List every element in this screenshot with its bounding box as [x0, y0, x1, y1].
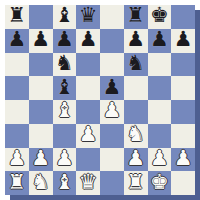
square-f1[interactable]: ♜: [124, 171, 148, 195]
square-f8[interactable]: ♜: [124, 5, 148, 29]
square-f5[interactable]: [124, 76, 148, 100]
square-h4[interactable]: [171, 100, 195, 124]
square-d8[interactable]: ♛: [76, 5, 100, 29]
square-d4[interactable]: [76, 100, 100, 124]
square-h1[interactable]: [171, 171, 195, 195]
square-d7[interactable]: ♟: [76, 29, 100, 53]
white-pawn: ♟: [7, 148, 26, 169]
black-pawn: ♟: [79, 29, 98, 50]
white-pawn: ♟: [174, 148, 193, 169]
square-d1[interactable]: ♛: [76, 171, 100, 195]
chess-board: ♜♝♛♜♚♟♟♟♟♟♟♟♞♞♝♟♝♟♟♞♟♟♟♟♟♟♜♞♝♛♜♚: [5, 5, 195, 195]
black-king: ♚: [150, 5, 169, 26]
square-b7[interactable]: ♟: [29, 29, 53, 53]
square-a8[interactable]: ♜: [5, 5, 29, 29]
square-h8[interactable]: [171, 5, 195, 29]
white-knight: ♞: [126, 124, 145, 145]
square-b8[interactable]: [29, 5, 53, 29]
square-g2[interactable]: ♟: [148, 148, 172, 172]
square-b4[interactable]: [29, 100, 53, 124]
white-pawn: ♟: [55, 148, 74, 169]
square-c3[interactable]: [53, 124, 77, 148]
white-bishop: ♝: [55, 100, 74, 121]
square-e2[interactable]: [100, 148, 124, 172]
square-g3[interactable]: [148, 124, 172, 148]
square-c1[interactable]: ♝: [53, 171, 77, 195]
square-h7[interactable]: ♟: [171, 29, 195, 53]
white-queen: ♛: [79, 172, 98, 193]
white-rook: ♜: [126, 172, 145, 193]
square-h3[interactable]: [171, 124, 195, 148]
black-rook: ♜: [126, 5, 145, 26]
black-queen: ♛: [79, 5, 98, 26]
black-pawn: ♟: [174, 29, 193, 50]
square-c2[interactable]: ♟: [53, 148, 77, 172]
square-a4[interactable]: [5, 100, 29, 124]
square-c8[interactable]: ♝: [53, 5, 77, 29]
square-e5[interactable]: ♟: [100, 76, 124, 100]
square-c4[interactable]: ♝: [53, 100, 77, 124]
square-a1[interactable]: ♜: [5, 171, 29, 195]
square-a5[interactable]: [5, 76, 29, 100]
black-pawn: ♟: [31, 29, 50, 50]
black-rook: ♜: [7, 5, 26, 26]
white-knight: ♞: [31, 172, 50, 193]
white-pawn: ♟: [79, 124, 98, 145]
square-e8[interactable]: [100, 5, 124, 29]
black-knight: ♞: [55, 53, 74, 74]
black-pawn: ♟: [126, 29, 145, 50]
square-a3[interactable]: [5, 124, 29, 148]
square-f2[interactable]: ♟: [124, 148, 148, 172]
square-g6[interactable]: [148, 53, 172, 77]
square-d5[interactable]: [76, 76, 100, 100]
square-e7[interactable]: [100, 29, 124, 53]
black-bishop: ♝: [55, 5, 74, 26]
chess-board-frame: ♜♝♛♜♚♟♟♟♟♟♟♟♞♞♝♟♝♟♟♞♟♟♟♟♟♟♜♞♝♛♜♚: [0, 0, 200, 200]
square-d3[interactable]: ♟: [76, 124, 100, 148]
white-pawn: ♟: [31, 148, 50, 169]
square-f3[interactable]: ♞: [124, 124, 148, 148]
square-a2[interactable]: ♟: [5, 148, 29, 172]
black-pawn: ♟: [102, 77, 121, 98]
white-pawn: ♟: [126, 148, 145, 169]
square-h6[interactable]: [171, 53, 195, 77]
square-b5[interactable]: [29, 76, 53, 100]
square-c5[interactable]: ♝: [53, 76, 77, 100]
square-h5[interactable]: [171, 76, 195, 100]
square-b3[interactable]: [29, 124, 53, 148]
square-g5[interactable]: [148, 76, 172, 100]
square-e3[interactable]: [100, 124, 124, 148]
square-e1[interactable]: [100, 171, 124, 195]
square-d2[interactable]: [76, 148, 100, 172]
square-e6[interactable]: [100, 53, 124, 77]
black-pawn: ♟: [150, 29, 169, 50]
square-b2[interactable]: ♟: [29, 148, 53, 172]
square-g7[interactable]: ♟: [148, 29, 172, 53]
square-f4[interactable]: [124, 100, 148, 124]
white-pawn: ♟: [150, 148, 169, 169]
black-pawn: ♟: [7, 29, 26, 50]
white-bishop: ♝: [55, 172, 74, 193]
square-g4[interactable]: [148, 100, 172, 124]
square-e4[interactable]: ♟: [100, 100, 124, 124]
black-pawn: ♟: [55, 29, 74, 50]
square-g1[interactable]: ♚: [148, 171, 172, 195]
white-king: ♚: [150, 172, 169, 193]
square-a6[interactable]: [5, 53, 29, 77]
square-f6[interactable]: ♞: [124, 53, 148, 77]
square-g8[interactable]: ♚: [148, 5, 172, 29]
square-h2[interactable]: ♟: [171, 148, 195, 172]
white-rook: ♜: [7, 172, 26, 193]
square-a7[interactable]: ♟: [5, 29, 29, 53]
square-b1[interactable]: ♞: [29, 171, 53, 195]
square-c7[interactable]: ♟: [53, 29, 77, 53]
black-bishop: ♝: [55, 77, 74, 98]
square-c6[interactable]: ♞: [53, 53, 77, 77]
black-knight: ♞: [126, 53, 145, 74]
square-f7[interactable]: ♟: [124, 29, 148, 53]
square-d6[interactable]: [76, 53, 100, 77]
square-b6[interactable]: [29, 53, 53, 77]
white-pawn: ♟: [102, 100, 121, 121]
